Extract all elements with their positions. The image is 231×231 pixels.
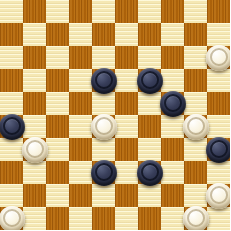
- white-man-piece[interactable]: [206, 183, 231, 209]
- light-square-r2c0: [0, 46, 23, 69]
- square-50[interactable]: [184, 207, 207, 230]
- light-square-r5c9: [207, 115, 230, 138]
- square-39[interactable]: [138, 161, 161, 184]
- black-man-piece[interactable]: [206, 137, 231, 163]
- square-34[interactable]: [161, 138, 184, 161]
- black-man-piece[interactable]: [137, 160, 163, 186]
- square-4[interactable]: [161, 0, 184, 23]
- light-square-r5c5: [115, 115, 138, 138]
- square-29[interactable]: [138, 115, 161, 138]
- light-square-r9c1: [23, 207, 46, 230]
- square-45[interactable]: [207, 184, 230, 207]
- light-square-r2c2: [46, 46, 69, 69]
- light-square-r6c2: [46, 138, 69, 161]
- light-square-r1c7: [161, 23, 184, 46]
- light-square-r1c9: [207, 23, 230, 46]
- light-square-r6c6: [138, 138, 161, 161]
- square-9[interactable]: [138, 23, 161, 46]
- square-36[interactable]: [0, 161, 23, 184]
- light-square-r3c1: [23, 69, 46, 92]
- square-44[interactable]: [161, 184, 184, 207]
- square-23[interactable]: [115, 92, 138, 115]
- square-27[interactable]: [46, 115, 69, 138]
- black-man-piece[interactable]: [160, 91, 186, 117]
- square-47[interactable]: [46, 207, 69, 230]
- black-man-piece[interactable]: [91, 68, 117, 94]
- square-15[interactable]: [207, 46, 230, 69]
- light-square-r9c5: [115, 207, 138, 230]
- light-square-r6c4: [92, 138, 115, 161]
- square-22[interactable]: [69, 92, 92, 115]
- square-13[interactable]: [115, 46, 138, 69]
- square-46[interactable]: [0, 207, 23, 230]
- light-square-r1c3: [69, 23, 92, 46]
- light-square-r4c2: [46, 92, 69, 115]
- square-21[interactable]: [23, 92, 46, 115]
- light-square-r5c1: [23, 115, 46, 138]
- light-square-r8c6: [138, 184, 161, 207]
- square-37[interactable]: [46, 161, 69, 184]
- square-28[interactable]: [92, 115, 115, 138]
- light-square-r9c3: [69, 207, 92, 230]
- white-man-piece[interactable]: [183, 114, 209, 140]
- square-2[interactable]: [69, 0, 92, 23]
- square-24[interactable]: [161, 92, 184, 115]
- square-48[interactable]: [92, 207, 115, 230]
- square-26[interactable]: [0, 115, 23, 138]
- square-41[interactable]: [23, 184, 46, 207]
- light-square-r2c4: [92, 46, 115, 69]
- square-38[interactable]: [92, 161, 115, 184]
- light-square-r7c3: [69, 161, 92, 184]
- square-10[interactable]: [184, 23, 207, 46]
- square-17[interactable]: [46, 69, 69, 92]
- square-18[interactable]: [92, 69, 115, 92]
- light-square-r3c7: [161, 69, 184, 92]
- light-square-r8c0: [0, 184, 23, 207]
- light-square-r9c9: [207, 207, 230, 230]
- square-3[interactable]: [115, 0, 138, 23]
- square-35[interactable]: [207, 138, 230, 161]
- light-square-r8c4: [92, 184, 115, 207]
- light-square-r8c8: [184, 184, 207, 207]
- light-square-r4c4: [92, 92, 115, 115]
- square-32[interactable]: [69, 138, 92, 161]
- square-33[interactable]: [115, 138, 138, 161]
- square-8[interactable]: [92, 23, 115, 46]
- square-42[interactable]: [69, 184, 92, 207]
- square-20[interactable]: [184, 69, 207, 92]
- light-square-r3c3: [69, 69, 92, 92]
- light-square-r4c8: [184, 92, 207, 115]
- square-6[interactable]: [0, 23, 23, 46]
- white-man-piece[interactable]: [22, 137, 48, 163]
- light-square-r9c7: [161, 207, 184, 230]
- black-man-piece[interactable]: [137, 68, 163, 94]
- light-square-r1c5: [115, 23, 138, 46]
- square-30[interactable]: [184, 115, 207, 138]
- light-square-r3c5: [115, 69, 138, 92]
- light-square-r1c1: [23, 23, 46, 46]
- light-square-r0c2: [46, 0, 69, 23]
- light-square-r4c6: [138, 92, 161, 115]
- square-7[interactable]: [46, 23, 69, 46]
- light-square-r6c0: [0, 138, 23, 161]
- light-square-r0c8: [184, 0, 207, 23]
- draughts-board: [0, 0, 230, 230]
- light-square-r7c1: [23, 161, 46, 184]
- square-31[interactable]: [23, 138, 46, 161]
- black-man-piece[interactable]: [0, 114, 25, 140]
- light-square-r3c9: [207, 69, 230, 92]
- light-square-r0c0: [0, 0, 23, 23]
- square-19[interactable]: [138, 69, 161, 92]
- light-square-r2c6: [138, 46, 161, 69]
- white-man-piece[interactable]: [183, 206, 209, 231]
- square-14[interactable]: [161, 46, 184, 69]
- square-16[interactable]: [0, 69, 23, 92]
- square-1[interactable]: [23, 0, 46, 23]
- light-square-r2c8: [184, 46, 207, 69]
- square-12[interactable]: [69, 46, 92, 69]
- white-man-piece[interactable]: [206, 45, 231, 71]
- light-square-r7c9: [207, 161, 230, 184]
- white-man-piece[interactable]: [91, 114, 117, 140]
- light-square-r0c6: [138, 0, 161, 23]
- square-25[interactable]: [207, 92, 230, 115]
- light-square-r8c2: [46, 184, 69, 207]
- square-43[interactable]: [115, 184, 138, 207]
- black-man-piece[interactable]: [91, 160, 117, 186]
- white-man-piece[interactable]: [0, 206, 25, 231]
- square-40[interactable]: [184, 161, 207, 184]
- light-square-r7c7: [161, 161, 184, 184]
- light-square-r4c0: [0, 92, 23, 115]
- light-square-r5c7: [161, 115, 184, 138]
- square-11[interactable]: [23, 46, 46, 69]
- square-49[interactable]: [138, 207, 161, 230]
- square-5[interactable]: [207, 0, 230, 23]
- light-square-r0c4: [92, 0, 115, 23]
- light-square-r6c8: [184, 138, 207, 161]
- light-square-r7c5: [115, 161, 138, 184]
- light-square-r5c3: [69, 115, 92, 138]
